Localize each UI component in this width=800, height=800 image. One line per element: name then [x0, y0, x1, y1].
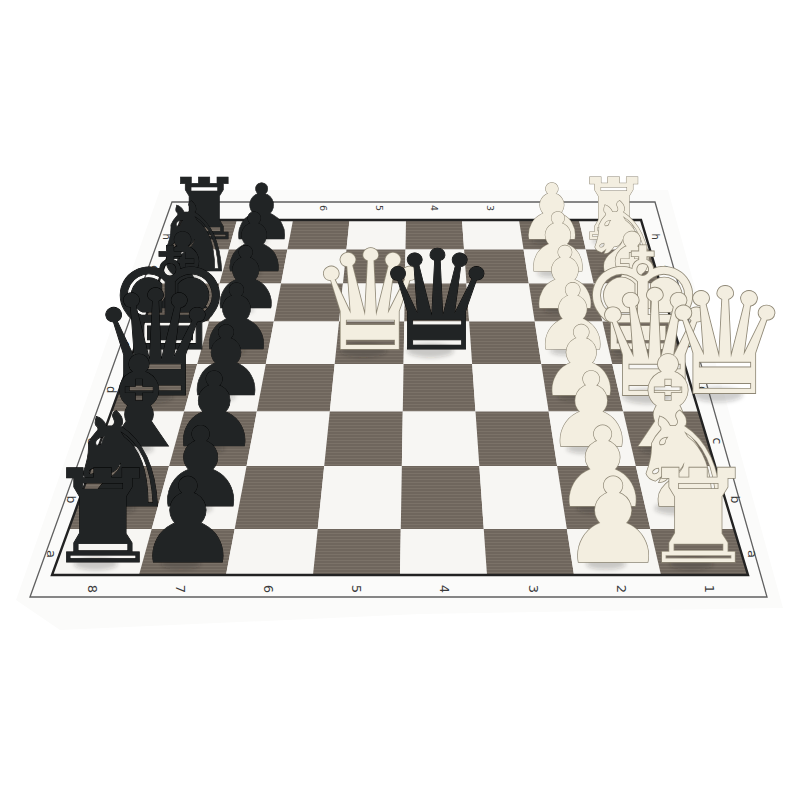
piece-black-queen-e4: ♛	[375, 221, 499, 382]
square-a4	[400, 529, 487, 575]
piece-white-rook-a1: ♜	[640, 442, 756, 592]
piece-white-queen-offboard: ♛	[659, 257, 790, 428]
label-far-3: 3	[485, 205, 496, 211]
square-b5	[318, 466, 402, 529]
square-c4	[402, 412, 479, 467]
label-near-3: 3	[526, 585, 541, 593]
label-far-5: 5	[374, 205, 385, 211]
label-near-5: 5	[349, 585, 364, 593]
square-a5	[313, 529, 401, 575]
label-far-6: 6	[318, 205, 329, 211]
piece-black-pawn-a7: ♟	[135, 453, 240, 590]
square-b4	[401, 466, 484, 529]
chessboard: 8877665544332211aabbccddeeffgghh♜♟♟♜♞♟♟♞…	[0, 0, 800, 800]
chess-set-product-photo: 8877665544332211aabbccddeeffgghh♜♟♟♜♞♟♟♞…	[0, 0, 800, 800]
label-near-6: 6	[261, 585, 276, 593]
label-far-4: 4	[429, 205, 440, 211]
label-near-4: 4	[437, 585, 452, 593]
square-c5	[324, 412, 403, 467]
